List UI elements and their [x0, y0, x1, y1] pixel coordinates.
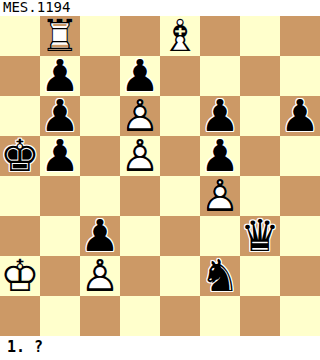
square-h7[interactable]: [280, 56, 320, 96]
diagram-title: MES.1194: [3, 0, 70, 15]
white-pawn: ♙: [200, 176, 240, 216]
square-c6[interactable]: [80, 96, 120, 136]
black-pawn: ♟: [120, 56, 160, 96]
square-d5[interactable]: ♟♙: [120, 136, 160, 176]
square-c4[interactable]: [80, 176, 120, 216]
white-king: ♔: [0, 256, 40, 296]
white-pawn: ♙: [120, 136, 160, 176]
black-pawn: ♟: [200, 96, 240, 136]
black-pawn: ♟: [40, 96, 80, 136]
square-c7[interactable]: [80, 56, 120, 96]
square-b5[interactable]: ♟: [40, 136, 80, 176]
square-e4[interactable]: [160, 176, 200, 216]
square-h1[interactable]: [280, 296, 320, 336]
square-d8[interactable]: [120, 16, 160, 56]
black-pawn: ♟: [200, 136, 240, 176]
square-e3[interactable]: [160, 216, 200, 256]
square-d2[interactable]: [120, 256, 160, 296]
white-rook: ♖: [40, 16, 80, 56]
square-d6[interactable]: ♟♙: [120, 96, 160, 136]
square-d1[interactable]: [120, 296, 160, 336]
square-e7[interactable]: [160, 56, 200, 96]
square-h6[interactable]: ♟: [280, 96, 320, 136]
white-bishop: ♗: [160, 16, 200, 56]
square-c2[interactable]: ♟♙: [80, 256, 120, 296]
chess-diagram-page: MES.1194 ♜♖♝♗♟♟♟♟♙♟♟♚♟♟♙♟♟♙♟♛♚♔♟♙♞ 1. ?: [0, 0, 320, 360]
square-b2[interactable]: [40, 256, 80, 296]
square-f4[interactable]: ♟♙: [200, 176, 240, 216]
square-b6[interactable]: ♟: [40, 96, 80, 136]
square-g5[interactable]: [240, 136, 280, 176]
white-pawn-fill: ♟: [200, 176, 240, 216]
square-a4[interactable]: [0, 176, 40, 216]
square-b4[interactable]: [40, 176, 80, 216]
square-e1[interactable]: [160, 296, 200, 336]
square-f6[interactable]: ♟: [200, 96, 240, 136]
black-knight: ♞: [200, 256, 240, 296]
square-a5[interactable]: ♚: [0, 136, 40, 176]
square-a8[interactable]: [0, 16, 40, 56]
white-pawn: ♙: [80, 256, 120, 296]
square-d7[interactable]: ♟: [120, 56, 160, 96]
black-queen: ♛: [240, 216, 280, 256]
square-f7[interactable]: [200, 56, 240, 96]
square-h8[interactable]: [280, 16, 320, 56]
square-e6[interactable]: [160, 96, 200, 136]
square-a1[interactable]: [0, 296, 40, 336]
square-b3[interactable]: [40, 216, 80, 256]
square-h2[interactable]: [280, 256, 320, 296]
square-c3[interactable]: ♟: [80, 216, 120, 256]
square-b7[interactable]: ♟: [40, 56, 80, 96]
black-pawn: ♟: [40, 136, 80, 176]
white-pawn-fill: ♟: [120, 96, 160, 136]
square-g4[interactable]: [240, 176, 280, 216]
white-pawn-fill: ♟: [120, 136, 160, 176]
square-e2[interactable]: [160, 256, 200, 296]
square-a3[interactable]: [0, 216, 40, 256]
square-b1[interactable]: [40, 296, 80, 336]
square-g2[interactable]: [240, 256, 280, 296]
square-c5[interactable]: [80, 136, 120, 176]
black-king: ♚: [0, 136, 40, 176]
black-pawn: ♟: [40, 56, 80, 96]
square-a7[interactable]: [0, 56, 40, 96]
square-f8[interactable]: [200, 16, 240, 56]
white-king-fill: ♚: [0, 256, 40, 296]
white-pawn-fill: ♟: [80, 256, 120, 296]
white-rook-fill: ♜: [40, 16, 80, 56]
square-e8[interactable]: ♝♗: [160, 16, 200, 56]
white-pawn: ♙: [120, 96, 160, 136]
square-c1[interactable]: [80, 296, 120, 336]
square-d3[interactable]: [120, 216, 160, 256]
square-h4[interactable]: [280, 176, 320, 216]
chess-board: ♜♖♝♗♟♟♟♟♙♟♟♚♟♟♙♟♟♙♟♛♚♔♟♙♞: [0, 16, 320, 336]
square-g6[interactable]: [240, 96, 280, 136]
square-a6[interactable]: [0, 96, 40, 136]
square-e5[interactable]: [160, 136, 200, 176]
square-f5[interactable]: ♟: [200, 136, 240, 176]
square-c8[interactable]: [80, 16, 120, 56]
square-g7[interactable]: [240, 56, 280, 96]
white-bishop-fill: ♝: [160, 16, 200, 56]
black-pawn: ♟: [280, 96, 320, 136]
square-f2[interactable]: ♞: [200, 256, 240, 296]
black-pawn: ♟: [80, 216, 120, 256]
square-d4[interactable]: [120, 176, 160, 216]
square-h5[interactable]: [280, 136, 320, 176]
square-f1[interactable]: [200, 296, 240, 336]
square-g8[interactable]: [240, 16, 280, 56]
square-g1[interactable]: [240, 296, 280, 336]
move-prompt: 1. ?: [7, 338, 43, 356]
square-g3[interactable]: ♛: [240, 216, 280, 256]
square-f3[interactable]: [200, 216, 240, 256]
square-h3[interactable]: [280, 216, 320, 256]
square-b8[interactable]: ♜♖: [40, 16, 80, 56]
square-a2[interactable]: ♚♔: [0, 256, 40, 296]
